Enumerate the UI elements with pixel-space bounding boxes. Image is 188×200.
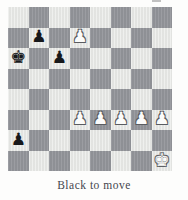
square-a5 [8,69,29,90]
square-h4 [152,89,173,110]
square-g3: ♟ [131,110,152,131]
square-h6 [152,48,173,69]
square-h8 [152,7,173,28]
piece-white-pawn: ♟ [72,110,87,127]
square-e4 [90,89,111,110]
piece-white-king: ♚ [154,151,170,169]
square-c2 [49,130,70,151]
square-h3: ♟ [152,110,173,131]
square-c6: ♟ [49,48,70,69]
square-d8 [70,7,91,28]
square-g7 [131,28,152,49]
chess-board: ♟♟♚♟♟♟♟♟♟♟♚ [8,7,172,171]
square-f3: ♟ [111,110,132,131]
square-d6 [70,48,91,69]
square-b8 [29,7,50,28]
square-b3 [29,110,50,131]
piece-white-pawn: ♟ [72,28,87,45]
square-f7 [111,28,132,49]
square-h5 [152,69,173,90]
square-c5 [49,69,70,90]
square-a8 [8,7,29,28]
square-h7 [152,28,173,49]
square-f5 [111,69,132,90]
square-d7: ♟ [70,28,91,49]
square-a3 [8,110,29,131]
square-a4 [8,89,29,110]
scan-artifact [152,0,161,2]
piece-black-pawn: ♟ [31,28,46,45]
square-d1 [70,151,91,172]
square-a7 [8,28,29,49]
piece-white-pawn: ♟ [154,110,169,127]
square-f4 [111,89,132,110]
piece-black-pawn: ♟ [52,49,67,66]
piece-black-king: ♚ [10,48,26,66]
square-c8 [49,7,70,28]
caption-side-to-move: Black to move [0,179,188,191]
square-e3: ♟ [90,110,111,131]
square-a2: ♟ [8,130,29,151]
square-d2 [70,130,91,151]
square-e8 [90,7,111,28]
piece-black-pawn: ♟ [11,131,26,148]
square-f8 [111,7,132,28]
square-b7: ♟ [29,28,50,49]
square-f2 [111,130,132,151]
square-e7 [90,28,111,49]
square-d3: ♟ [70,110,91,131]
square-d5 [70,69,91,90]
square-g8 [131,7,152,28]
square-g2 [131,130,152,151]
piece-white-pawn: ♟ [134,110,149,127]
square-g6 [131,48,152,69]
square-g4 [131,89,152,110]
square-e1 [90,151,111,172]
square-b6 [29,48,50,69]
square-f1 [111,151,132,172]
square-c3 [49,110,70,131]
square-e2 [90,130,111,151]
piece-white-pawn: ♟ [113,110,128,127]
square-b5 [29,69,50,90]
square-a6: ♚ [8,48,29,69]
square-e5 [90,69,111,90]
square-g1 [131,151,152,172]
square-c4 [49,89,70,110]
square-b1 [29,151,50,172]
square-c7 [49,28,70,49]
square-h2 [152,130,173,151]
square-h1: ♚ [152,151,173,172]
square-c1 [49,151,70,172]
square-f6 [111,48,132,69]
square-b4 [29,89,50,110]
square-d4 [70,89,91,110]
square-b2 [29,130,50,151]
square-g5 [131,69,152,90]
square-e6 [90,48,111,69]
square-a1 [8,151,29,172]
piece-white-pawn: ♟ [93,110,108,127]
